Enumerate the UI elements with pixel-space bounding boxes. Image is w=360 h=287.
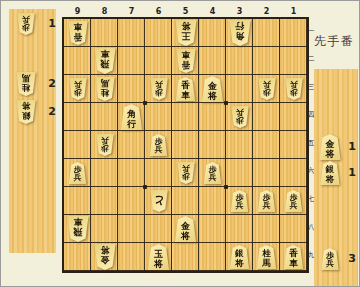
hand-count-sente-pawn: 3 xyxy=(345,252,359,265)
pawn-piece: 歩兵 xyxy=(284,190,303,212)
gote-tokin-67: と xyxy=(149,190,168,212)
pawn-piece: 歩兵 xyxy=(68,162,87,184)
hand-count-gote-silver: 2 xyxy=(45,105,59,118)
komadai-sente: 金将1銀将1歩兵3 xyxy=(314,69,358,287)
file-label-4: 4 xyxy=(199,7,226,16)
gote-pawn-23: 歩兵 xyxy=(257,78,276,100)
sente-pawn-17: 歩兵 xyxy=(284,190,303,212)
pawn-piece: 歩兵 xyxy=(149,78,168,100)
pawn-piece: 歩兵 xyxy=(68,78,87,100)
silver-piece: 銀将 xyxy=(229,245,250,269)
hand-count-sente-gold: 1 xyxy=(345,140,359,153)
file-label-9: 9 xyxy=(64,7,91,16)
pawn-piece: 歩兵 xyxy=(149,134,168,156)
sente-pawn-96: 歩兵 xyxy=(68,162,87,184)
file-label-6: 6 xyxy=(145,7,172,16)
gote-pawn-85: 歩兵 xyxy=(95,134,114,156)
pawn-piece: 歩兵 xyxy=(257,78,276,100)
gote-pawn-63: 歩兵 xyxy=(149,78,168,100)
knight-piece: 桂馬 xyxy=(94,77,115,101)
silver-piece: 銀将 xyxy=(320,161,341,185)
sente-pawn-65: 歩兵 xyxy=(149,134,168,156)
pawn-piece: 歩兵 xyxy=(95,134,114,156)
gote-knight-83: 桂馬 xyxy=(94,77,115,101)
sente-knight-29: 桂馬 xyxy=(256,245,277,269)
rook-piece: 飛車 xyxy=(66,216,89,242)
hand-gote-pawn: 歩兵 xyxy=(17,13,36,35)
sente-gold-43: 金将 xyxy=(201,76,224,102)
file-label-1: 1 xyxy=(280,7,307,16)
hoshi-dot xyxy=(143,185,147,189)
sente-gold-58: 金将 xyxy=(174,216,197,242)
sente-pawn-27: 歩兵 xyxy=(257,190,276,212)
pawn-piece: 歩兵 xyxy=(284,78,303,100)
sente-pawn-46: 歩兵 xyxy=(203,162,222,184)
gote-pawn-56: 歩兵 xyxy=(176,162,195,184)
file-label-2: 2 xyxy=(253,7,280,16)
pawn-piece: 歩兵 xyxy=(203,162,222,184)
file-label-3: 3 xyxy=(226,7,253,16)
hand-count-gote-pawn: 1 xyxy=(45,17,59,30)
hoshi-dot xyxy=(224,101,228,105)
rook-piece: 飛車 xyxy=(93,48,116,74)
gote-rook-82: 飛車 xyxy=(93,48,116,74)
knight-piece: 桂馬 xyxy=(256,245,277,269)
sente-lance-19: 香車 xyxy=(283,245,304,269)
shogi-board: 香車王将角行飛車香車歩兵桂馬歩兵香車金将歩兵歩兵角行歩兵歩兵歩兵歩兵歩兵歩兵と歩… xyxy=(62,17,309,273)
komadai-gote: 歩兵1桂馬2銀将2 xyxy=(9,9,56,253)
tokin-piece: と xyxy=(149,190,168,212)
gote-bishop-31: 角行 xyxy=(228,20,251,46)
bishop-piece: 角行 xyxy=(120,104,143,130)
pawn-piece: 歩兵 xyxy=(257,190,276,212)
sente-pawn-37: 歩兵 xyxy=(230,190,249,212)
gote-rook-98: 飛車 xyxy=(66,216,89,242)
file-label-7: 7 xyxy=(118,7,145,16)
hand-count-gote-knight: 2 xyxy=(45,77,59,90)
turn-indicator: 先手番 xyxy=(314,33,360,50)
hand-sente-silver: 銀将 xyxy=(320,161,341,185)
file-label-5: 5 xyxy=(172,7,199,16)
gote-lance-91: 香車 xyxy=(67,21,88,45)
gote-king-51: 王将 xyxy=(174,20,197,46)
pawn-piece: 歩兵 xyxy=(230,190,249,212)
file-label-8: 8 xyxy=(91,7,118,16)
hand-sente-pawn: 歩兵 xyxy=(321,248,340,270)
lance-piece: 香車 xyxy=(175,77,196,101)
shogi-diagram: 歩兵1桂馬2銀将2 987654321 香車王将角行飛車香車歩兵桂馬歩兵香車金将… xyxy=(0,0,360,287)
lance-piece: 香車 xyxy=(283,245,304,269)
sente-lance-53: 香車 xyxy=(175,77,196,101)
pawn-piece: 歩兵 xyxy=(321,248,340,270)
sente-king-69: 玉将 xyxy=(147,244,170,270)
king-piece: 王将 xyxy=(174,20,197,46)
pawn-piece: 歩兵 xyxy=(176,162,195,184)
pawn-piece: 歩兵 xyxy=(17,13,36,35)
rank-label-2: 二 xyxy=(307,54,315,64)
hand-gote-knight: 桂馬 xyxy=(16,72,37,96)
pawn-piece: 歩兵 xyxy=(230,106,249,128)
sente-silver-39: 銀将 xyxy=(229,245,250,269)
hand-sente-gold: 金将 xyxy=(319,134,342,160)
gold-piece: 金将 xyxy=(201,76,224,102)
gold-piece: 金将 xyxy=(319,134,342,160)
lance-piece: 香車 xyxy=(175,49,196,73)
hand-gote-silver: 銀将 xyxy=(16,100,37,124)
gold-piece: 金将 xyxy=(174,216,197,242)
gold-piece: 金将 xyxy=(93,244,116,270)
hoshi-dot xyxy=(224,185,228,189)
gote-gold-89: 金将 xyxy=(93,244,116,270)
hoshi-dot xyxy=(143,101,147,105)
bishop-piece: 角行 xyxy=(228,20,251,46)
gote-pawn-93: 歩兵 xyxy=(68,78,87,100)
sente-bishop-74: 角行 xyxy=(120,104,143,130)
hand-count-sente-silver: 1 xyxy=(345,166,359,179)
lance-piece: 香車 xyxy=(67,21,88,45)
gote-pawn-13: 歩兵 xyxy=(284,78,303,100)
knight-piece: 桂馬 xyxy=(16,72,37,96)
king-piece: 玉将 xyxy=(147,244,170,270)
gote-lance-52: 香車 xyxy=(175,49,196,73)
silver-piece: 銀将 xyxy=(16,100,37,124)
gote-pawn-34: 歩兵 xyxy=(230,106,249,128)
